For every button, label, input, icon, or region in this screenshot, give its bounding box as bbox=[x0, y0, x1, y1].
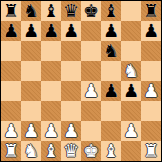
square-f6[interactable]: ♞ bbox=[101, 41, 121, 61]
black-pawn: ♟ bbox=[23, 21, 39, 41]
square-g3[interactable] bbox=[121, 101, 141, 121]
square-e1[interactable]: ♚ bbox=[81, 141, 101, 161]
black-pawn: ♟ bbox=[143, 21, 159, 41]
square-h8[interactable]: ♜ bbox=[141, 1, 161, 21]
black-bishop: ♝ bbox=[43, 1, 59, 21]
black-rook: ♜ bbox=[3, 1, 19, 21]
square-b7[interactable]: ♟ bbox=[21, 21, 41, 41]
square-b4[interactable] bbox=[21, 81, 41, 101]
square-f8[interactable]: ♝ bbox=[101, 1, 121, 21]
square-g4[interactable]: ♟ bbox=[121, 81, 141, 101]
square-d6[interactable] bbox=[61, 41, 81, 61]
square-e6[interactable] bbox=[81, 41, 101, 61]
square-h3[interactable] bbox=[141, 101, 161, 121]
white-queen: ♛ bbox=[63, 141, 79, 161]
black-bishop: ♝ bbox=[103, 1, 119, 21]
square-b5[interactable] bbox=[21, 61, 41, 81]
black-pawn: ♟ bbox=[63, 21, 79, 41]
square-b1[interactable]: ♞ bbox=[21, 141, 41, 161]
square-e7[interactable] bbox=[81, 21, 101, 41]
square-e2[interactable] bbox=[81, 121, 101, 141]
black-pawn: ♟ bbox=[103, 81, 119, 101]
square-g8[interactable] bbox=[121, 1, 141, 21]
white-knight: ♞ bbox=[23, 141, 39, 161]
square-f3[interactable] bbox=[101, 101, 121, 121]
square-e8[interactable]: ♚ bbox=[81, 1, 101, 21]
square-d3[interactable] bbox=[61, 101, 81, 121]
white-king: ♚ bbox=[83, 141, 99, 161]
square-c4[interactable] bbox=[41, 81, 61, 101]
square-g5[interactable]: ♞ bbox=[121, 61, 141, 81]
square-d4[interactable] bbox=[61, 81, 81, 101]
square-g2[interactable]: ♟ bbox=[121, 121, 141, 141]
square-g7[interactable] bbox=[121, 21, 141, 41]
black-knight: ♞ bbox=[23, 1, 39, 21]
square-d8[interactable]: ♛ bbox=[61, 1, 81, 21]
square-c8[interactable]: ♝ bbox=[41, 1, 61, 21]
square-h7[interactable]: ♟ bbox=[141, 21, 161, 41]
square-c3[interactable] bbox=[41, 101, 61, 121]
square-c5[interactable] bbox=[41, 61, 61, 81]
square-a1[interactable]: ♜ bbox=[1, 141, 21, 161]
black-pawn: ♟ bbox=[43, 21, 59, 41]
white-rook: ♜ bbox=[3, 141, 19, 161]
black-queen: ♛ bbox=[63, 1, 79, 21]
square-h6[interactable] bbox=[141, 41, 161, 61]
square-h2[interactable] bbox=[141, 121, 161, 141]
chess-board-frame: ♜♞♝♛♚♝♜♟♟♟♟♟♟♞♞♟♟♟♟♟♟♟♟♟♜♞♝♛♚♝♜ bbox=[0, 0, 162, 162]
white-pawn: ♟ bbox=[123, 121, 139, 141]
square-c7[interactable]: ♟ bbox=[41, 21, 61, 41]
square-f4[interactable]: ♟ bbox=[101, 81, 121, 101]
square-f1[interactable]: ♝ bbox=[101, 141, 121, 161]
square-e4[interactable]: ♟ bbox=[81, 81, 101, 101]
square-d1[interactable]: ♛ bbox=[61, 141, 81, 161]
square-a7[interactable]: ♟ bbox=[1, 21, 21, 41]
square-c1[interactable]: ♝ bbox=[41, 141, 61, 161]
square-h4[interactable]: ♟ bbox=[141, 81, 161, 101]
square-g6[interactable] bbox=[121, 41, 141, 61]
white-bishop: ♝ bbox=[103, 141, 119, 161]
square-b8[interactable]: ♞ bbox=[21, 1, 41, 21]
square-d5[interactable] bbox=[61, 61, 81, 81]
square-a8[interactable]: ♜ bbox=[1, 1, 21, 21]
square-f5[interactable] bbox=[101, 61, 121, 81]
white-pawn: ♟ bbox=[3, 121, 19, 141]
square-b3[interactable] bbox=[21, 101, 41, 121]
white-bishop: ♝ bbox=[43, 141, 59, 161]
square-e5[interactable] bbox=[81, 61, 101, 81]
white-knight: ♞ bbox=[123, 61, 139, 81]
black-king: ♚ bbox=[83, 1, 99, 21]
square-b6[interactable] bbox=[21, 41, 41, 61]
black-rook: ♜ bbox=[143, 1, 159, 21]
square-c2[interactable]: ♟ bbox=[41, 121, 61, 141]
white-pawn: ♟ bbox=[83, 81, 99, 101]
square-h1[interactable]: ♜ bbox=[141, 141, 161, 161]
chess-board: ♜♞♝♛♚♝♜♟♟♟♟♟♟♞♞♟♟♟♟♟♟♟♟♟♜♞♝♛♚♝♜ bbox=[1, 1, 161, 161]
square-a5[interactable] bbox=[1, 61, 21, 81]
black-pawn: ♟ bbox=[123, 81, 139, 101]
square-e3[interactable] bbox=[81, 101, 101, 121]
white-pawn: ♟ bbox=[143, 81, 159, 101]
square-a3[interactable] bbox=[1, 101, 21, 121]
square-f7[interactable]: ♟ bbox=[101, 21, 121, 41]
square-b2[interactable]: ♟ bbox=[21, 121, 41, 141]
white-pawn: ♟ bbox=[63, 121, 79, 141]
square-h5[interactable] bbox=[141, 61, 161, 81]
white-pawn: ♟ bbox=[23, 121, 39, 141]
square-d7[interactable]: ♟ bbox=[61, 21, 81, 41]
square-d2[interactable]: ♟ bbox=[61, 121, 81, 141]
square-a4[interactable] bbox=[1, 81, 21, 101]
white-pawn: ♟ bbox=[43, 121, 59, 141]
square-c6[interactable] bbox=[41, 41, 61, 61]
black-pawn: ♟ bbox=[3, 21, 19, 41]
square-a6[interactable] bbox=[1, 41, 21, 61]
black-knight: ♞ bbox=[103, 41, 119, 61]
square-g1[interactable] bbox=[121, 141, 141, 161]
white-rook: ♜ bbox=[143, 141, 159, 161]
square-a2[interactable]: ♟ bbox=[1, 121, 21, 141]
square-f2[interactable] bbox=[101, 121, 121, 141]
black-pawn: ♟ bbox=[103, 21, 119, 41]
